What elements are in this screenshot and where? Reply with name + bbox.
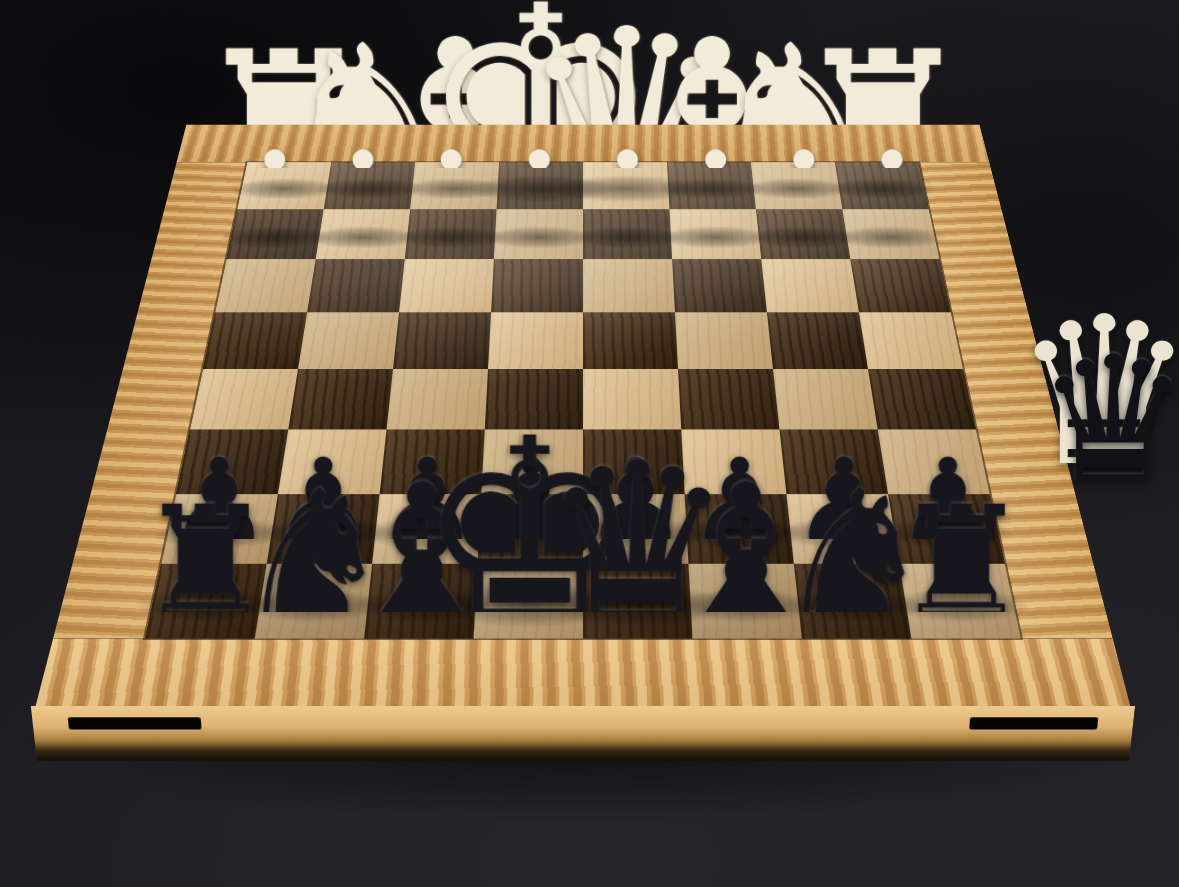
square-c1[interactable] xyxy=(667,162,756,209)
square-e6[interactable] xyxy=(481,429,583,494)
square-d5[interactable] xyxy=(583,369,681,429)
square-f2[interactable] xyxy=(405,209,497,259)
square-d2[interactable] xyxy=(583,209,672,259)
square-d7[interactable] xyxy=(583,494,688,563)
spare-black-queen[interactable]: ♛ xyxy=(1036,334,1179,506)
square-f7[interactable] xyxy=(372,494,481,563)
square-b8[interactable] xyxy=(794,564,911,639)
perspective-scene: ♜♞♝♚♛♝♞♜♟♟♟♟♟♟♟♟♟♟♟♟♟♟♟♟♜♞♝♚♛♝♞♜ xyxy=(0,0,1179,887)
photo-scene: ♜♞♝♚♛♝♞♜♟♟♟♟♟♟♟♟♟♟♟♟♟♟♟♟♜♞♝♚♛♝♞♜ ♛ ♛ xyxy=(0,0,1179,887)
square-f6[interactable] xyxy=(380,429,485,494)
square-b7[interactable] xyxy=(786,494,899,563)
square-h8[interactable] xyxy=(145,564,266,639)
square-a2[interactable] xyxy=(842,209,939,259)
square-e3[interactable] xyxy=(491,259,583,312)
square-f5[interactable] xyxy=(387,369,488,429)
square-a6[interactable] xyxy=(878,429,990,494)
square-g7[interactable] xyxy=(267,494,380,563)
board-front-edge xyxy=(31,706,1135,761)
square-h2[interactable] xyxy=(227,209,324,259)
square-a3[interactable] xyxy=(850,259,951,312)
square-e4[interactable] xyxy=(488,312,583,369)
square-a7[interactable] xyxy=(888,494,1005,563)
square-a1[interactable] xyxy=(835,162,929,209)
square-h7[interactable] xyxy=(161,494,278,563)
square-b2[interactable] xyxy=(756,209,850,259)
square-a4[interactable] xyxy=(859,312,963,369)
board-frame-bottom xyxy=(36,639,1131,707)
square-e5[interactable] xyxy=(485,369,583,429)
square-g1[interactable] xyxy=(324,162,415,209)
square-f8[interactable] xyxy=(364,564,477,639)
square-c5[interactable] xyxy=(678,369,779,429)
square-c4[interactable] xyxy=(675,312,773,369)
square-h6[interactable] xyxy=(176,429,288,494)
square-h1[interactable] xyxy=(237,162,331,209)
square-g5[interactable] xyxy=(288,369,393,429)
square-h3[interactable] xyxy=(215,259,316,312)
chess-board: ♜♞♝♚♛♝♞♜♟♟♟♟♟♟♟♟♟♟♟♟♟♟♟♟♜♞♝♚♛♝♞♜ xyxy=(36,125,1131,706)
board-frame-top xyxy=(177,125,990,163)
square-e8[interactable] xyxy=(474,564,583,639)
square-f4[interactable] xyxy=(393,312,491,369)
square-b5[interactable] xyxy=(773,369,878,429)
square-f3[interactable] xyxy=(399,259,494,312)
black-queen-glyph: ♛ xyxy=(1036,334,1179,506)
square-d4[interactable] xyxy=(583,312,678,369)
square-d6[interactable] xyxy=(583,429,685,494)
square-e1[interactable] xyxy=(497,162,583,209)
square-a5[interactable] xyxy=(868,369,976,429)
square-c8[interactable] xyxy=(688,564,801,639)
square-c6[interactable] xyxy=(681,429,786,494)
square-c7[interactable] xyxy=(685,494,794,563)
square-c3[interactable] xyxy=(672,259,767,312)
square-f1[interactable] xyxy=(410,162,499,209)
square-d1[interactable] xyxy=(583,162,669,209)
square-g4[interactable] xyxy=(298,312,399,369)
square-h4[interactable] xyxy=(203,312,307,369)
square-e7[interactable] xyxy=(478,494,583,563)
square-b6[interactable] xyxy=(779,429,888,494)
square-e2[interactable] xyxy=(494,209,583,259)
square-g8[interactable] xyxy=(255,564,372,639)
square-c2[interactable] xyxy=(669,209,761,259)
square-g6[interactable] xyxy=(278,429,387,494)
square-b4[interactable] xyxy=(767,312,868,369)
square-b1[interactable] xyxy=(751,162,842,209)
square-h5[interactable] xyxy=(190,369,298,429)
square-g2[interactable] xyxy=(316,209,410,259)
front-edge-slot-right xyxy=(969,717,1098,729)
square-b3[interactable] xyxy=(761,259,859,312)
square-g3[interactable] xyxy=(307,259,405,312)
square-d8[interactable] xyxy=(583,564,692,639)
square-a8[interactable] xyxy=(899,564,1020,639)
board-squares xyxy=(145,162,1020,638)
square-d3[interactable] xyxy=(583,259,675,312)
front-edge-slot-left xyxy=(68,717,202,729)
